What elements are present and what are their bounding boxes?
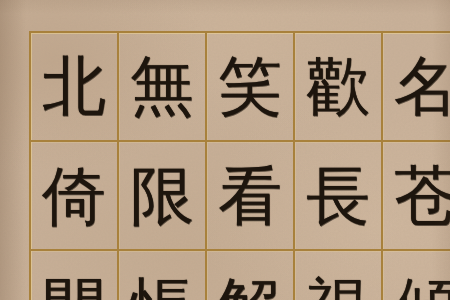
grid-cell: 傾 (383, 251, 450, 300)
grid-cell: 名 (383, 33, 450, 142)
grid-cell: 視 (295, 251, 383, 300)
calligraphy-character: 傾 (394, 275, 450, 300)
calligraphy-character: 無 (130, 54, 194, 118)
grid-cell: 北 (31, 33, 119, 142)
calligraphy-character: 北 (42, 54, 106, 118)
grid-cell: 看 (207, 142, 295, 251)
copybook-grid: 北 無 笑 歡 名 倚 限 看 長 苍 閒 (29, 31, 450, 300)
calligraphy-character: 解 (218, 275, 282, 300)
grid-cell: 苍 (383, 142, 450, 251)
calligraphy-character: 歡 (306, 54, 370, 118)
grid-cell: 無 (119, 33, 207, 142)
calligraphy-sheet: 北 無 笑 歡 名 倚 限 看 長 苍 閒 (0, 0, 450, 300)
calligraphy-character: 看 (218, 164, 282, 228)
calligraphy-character: 長 (306, 164, 370, 228)
calligraphy-character: 倚 (42, 164, 106, 228)
calligraphy-character: 限 (130, 164, 194, 228)
grid-cell: 笑 (207, 33, 295, 142)
calligraphy-character: 視 (306, 275, 370, 300)
grid-cell: 倚 (31, 142, 119, 251)
calligraphy-character: 閒 (42, 275, 106, 300)
grid-cell: 解 (207, 251, 295, 300)
grid-cell: 限 (119, 142, 207, 251)
grid-cell: 歡 (295, 33, 383, 142)
calligraphy-character: 苍 (394, 164, 450, 228)
calligraphy-character: 悵 (130, 275, 194, 300)
grid-cell: 長 (295, 142, 383, 251)
calligraphy-character: 笑 (218, 54, 282, 118)
grid-cell: 閒 (31, 251, 119, 300)
calligraphy-character: 名 (394, 54, 450, 118)
grid-cell: 悵 (119, 251, 207, 300)
